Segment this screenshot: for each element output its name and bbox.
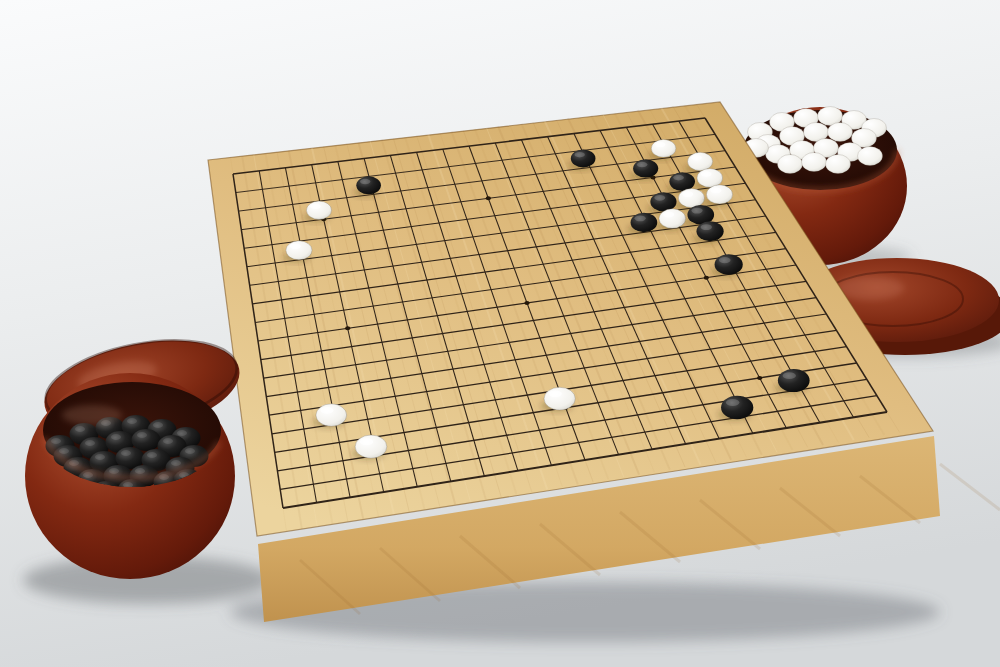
stone-highlight — [575, 152, 585, 157]
stone-highlight — [673, 175, 684, 181]
stone-highlight — [310, 204, 321, 210]
star-point — [524, 301, 529, 305]
stone-highlight — [321, 407, 334, 414]
stone-highlight — [726, 399, 740, 406]
stone-highlight — [682, 191, 693, 197]
stone-highlight — [655, 142, 665, 147]
stone-highlight — [710, 188, 721, 194]
stone-highlight — [360, 179, 370, 184]
stone-highlight — [290, 243, 301, 249]
scene-canvas — [0, 0, 1000, 667]
stone-highlight — [701, 171, 712, 177]
go-scene-photo — [0, 0, 1000, 667]
star-point — [757, 376, 762, 380]
stone-highlight — [663, 212, 674, 218]
stone-highlight — [701, 224, 712, 230]
stone-highlight — [549, 390, 562, 397]
star-point — [345, 326, 350, 330]
stone-highlight — [635, 215, 646, 221]
stone-highlight — [637, 162, 648, 168]
stone-highlight — [360, 438, 373, 445]
stone-highlight — [654, 195, 665, 201]
stone-highlight — [719, 257, 731, 263]
black-stone-bowl — [25, 373, 235, 579]
stone-highlight — [691, 155, 702, 161]
star-point — [704, 276, 709, 280]
stone-highlight — [783, 372, 796, 379]
stone-highlight — [691, 208, 702, 214]
star-point — [486, 196, 491, 200]
